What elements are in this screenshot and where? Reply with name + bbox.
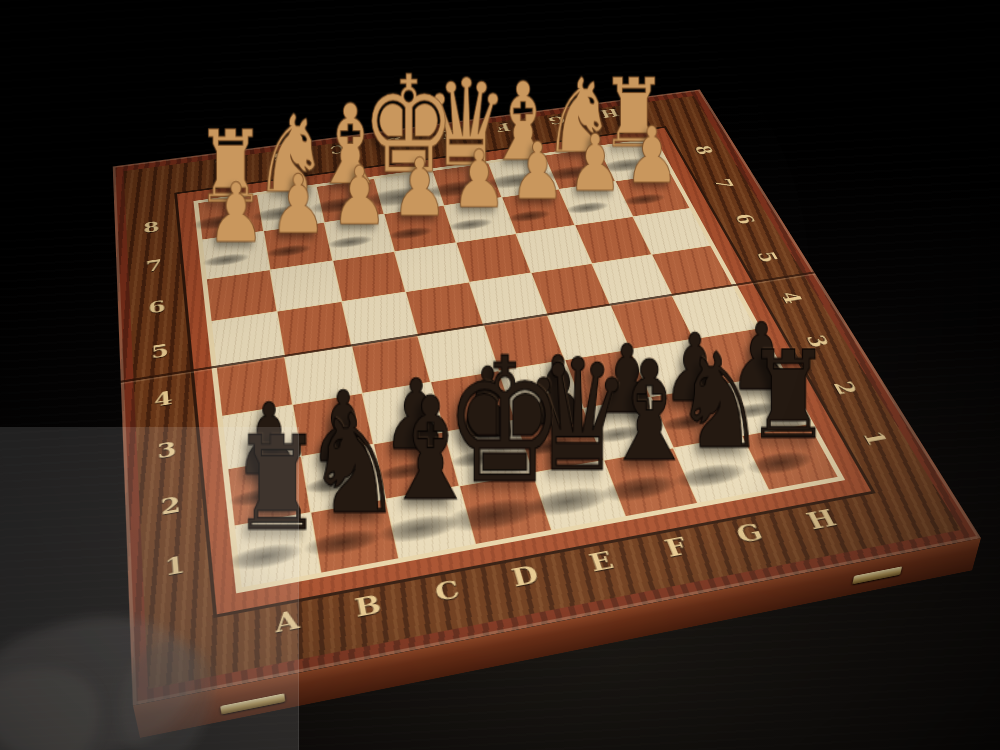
watermark-overlay — [0, 427, 299, 750]
brass-clasp-right — [853, 566, 903, 584]
photo-stage: 8765432187654321ABCDEFGHABCDEFGH ♜♞♝♚♛♝♞… — [0, 0, 1000, 750]
